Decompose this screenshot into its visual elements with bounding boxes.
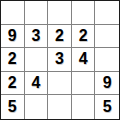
cell-r2c3[interactable]: 2	[48, 25, 72, 49]
cell-r2c5[interactable]	[95, 25, 119, 49]
cell-r1c4[interactable]	[72, 1, 96, 25]
cell-r3c2[interactable]	[25, 48, 49, 72]
cell-r4c5[interactable]: 9	[95, 72, 119, 96]
cell-r3c4[interactable]: 4	[72, 48, 96, 72]
cell-r3c5[interactable]	[95, 48, 119, 72]
cell-r3c1[interactable]: 2	[1, 48, 25, 72]
cell-r4c2[interactable]: 4	[25, 72, 49, 96]
cell-r2c2[interactable]: 3	[25, 25, 49, 49]
cell-r5c4[interactable]	[72, 95, 96, 119]
cell-r4c3[interactable]	[48, 72, 72, 96]
cell-r2c4[interactable]: 2	[72, 25, 96, 49]
cell-r5c2[interactable]	[25, 95, 49, 119]
cell-r5c5[interactable]: 5	[95, 95, 119, 119]
cell-r5c3[interactable]	[48, 95, 72, 119]
cell-r1c1[interactable]	[1, 1, 25, 25]
cell-r3c3[interactable]: 3	[48, 48, 72, 72]
puzzle-board: 932223424955	[0, 0, 120, 120]
cell-r2c1[interactable]: 9	[1, 25, 25, 49]
cell-r4c1[interactable]: 2	[1, 72, 25, 96]
cell-r1c2[interactable]	[25, 1, 49, 25]
cell-r5c1[interactable]: 5	[1, 95, 25, 119]
cell-r1c5[interactable]	[95, 1, 119, 25]
cell-r1c3[interactable]	[48, 1, 72, 25]
cell-r4c4[interactable]	[72, 72, 96, 96]
